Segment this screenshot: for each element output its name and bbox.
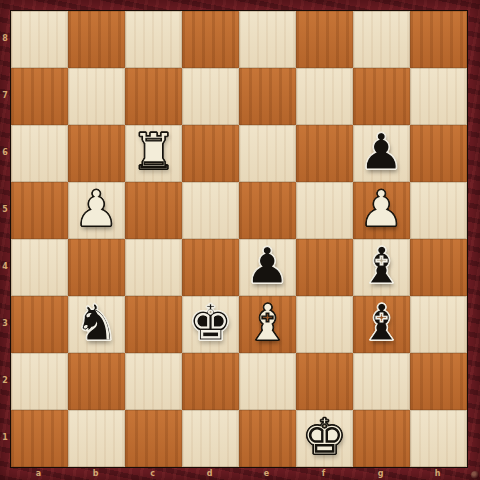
square-a1[interactable] — [11, 410, 68, 467]
square-b7[interactable] — [68, 68, 125, 125]
square-f7[interactable] — [296, 68, 353, 125]
piece-black-pawn-g6[interactable]: ♟ — [359, 124, 404, 181]
square-h5[interactable] — [410, 182, 467, 239]
square-f1[interactable]: ♚ — [296, 410, 353, 467]
piece-white-bishop-e3[interactable]: ♝ — [245, 295, 290, 352]
square-a3[interactable] — [11, 296, 68, 353]
square-a2[interactable] — [11, 353, 68, 410]
piece-white-pawn-g5[interactable]: ♟ — [359, 181, 404, 238]
file-label-h: h — [432, 469, 444, 479]
rank-label-6: 6 — [0, 148, 11, 158]
piece-black-king-d3[interactable]: ♚ — [188, 295, 233, 352]
square-c5[interactable] — [125, 182, 182, 239]
square-b1[interactable] — [68, 410, 125, 467]
square-e8[interactable] — [239, 11, 296, 68]
square-g3[interactable]: ♝ — [353, 296, 410, 353]
rank-labels: 87654321 — [0, 10, 10, 468]
square-g7[interactable] — [353, 68, 410, 125]
square-a4[interactable] — [11, 239, 68, 296]
square-g4[interactable]: ♝ — [353, 239, 410, 296]
rank-label-4: 4 — [0, 262, 11, 272]
square-h6[interactable] — [410, 125, 467, 182]
square-e3[interactable]: ♝ — [239, 296, 296, 353]
square-a8[interactable] — [11, 11, 68, 68]
square-f4[interactable] — [296, 239, 353, 296]
square-e7[interactable] — [239, 68, 296, 125]
piece-white-rook-c6[interactable]: ♜ — [131, 124, 176, 181]
square-d6[interactable] — [182, 125, 239, 182]
square-h4[interactable] — [410, 239, 467, 296]
square-g5[interactable]: ♟ — [353, 182, 410, 239]
square-d3[interactable]: ♚ — [182, 296, 239, 353]
square-g2[interactable] — [353, 353, 410, 410]
rank-label-8: 8 — [0, 34, 11, 44]
square-a5[interactable] — [11, 182, 68, 239]
square-e5[interactable] — [239, 182, 296, 239]
file-label-e: e — [261, 469, 273, 479]
square-f3[interactable] — [296, 296, 353, 353]
piece-black-bishop-g3[interactable]: ♝ — [359, 295, 404, 352]
square-d4[interactable] — [182, 239, 239, 296]
piece-white-pawn-b5[interactable]: ♟ — [74, 181, 119, 238]
file-label-b: b — [90, 469, 102, 479]
square-b5[interactable]: ♟ — [68, 182, 125, 239]
square-a6[interactable] — [11, 125, 68, 182]
piece-black-pawn-e4[interactable]: ♟ — [245, 238, 290, 295]
square-e1[interactable] — [239, 410, 296, 467]
square-d2[interactable] — [182, 353, 239, 410]
file-label-c: c — [147, 469, 159, 479]
square-c4[interactable] — [125, 239, 182, 296]
square-b8[interactable] — [68, 11, 125, 68]
file-label-a: a — [33, 469, 45, 479]
square-h1[interactable] — [410, 410, 467, 467]
piece-black-bishop-g4[interactable]: ♝ — [359, 238, 404, 295]
chess-board: ♜♟♟♟♟♝♞♚♝♝♚ — [10, 10, 468, 468]
rank-label-2: 2 — [0, 376, 11, 386]
piece-black-knight-b3[interactable]: ♞ — [74, 295, 119, 352]
square-f6[interactable] — [296, 125, 353, 182]
square-b4[interactable] — [68, 239, 125, 296]
square-a7[interactable] — [11, 68, 68, 125]
square-h2[interactable] — [410, 353, 467, 410]
rank-label-7: 7 — [0, 91, 11, 101]
square-f5[interactable] — [296, 182, 353, 239]
square-f2[interactable] — [296, 353, 353, 410]
square-g1[interactable] — [353, 410, 410, 467]
rank-label-3: 3 — [0, 319, 11, 329]
file-label-g: g — [375, 469, 387, 479]
square-d7[interactable] — [182, 68, 239, 125]
square-b6[interactable] — [68, 125, 125, 182]
square-c1[interactable] — [125, 410, 182, 467]
piece-white-king-f1[interactable]: ♚ — [302, 409, 347, 466]
square-g6[interactable]: ♟ — [353, 125, 410, 182]
square-c3[interactable] — [125, 296, 182, 353]
square-b2[interactable] — [68, 353, 125, 410]
square-e4[interactable]: ♟ — [239, 239, 296, 296]
file-labels: abcdefgh — [10, 468, 468, 480]
file-label-f: f — [318, 469, 330, 479]
square-h7[interactable] — [410, 68, 467, 125]
square-f8[interactable] — [296, 11, 353, 68]
square-c6[interactable]: ♜ — [125, 125, 182, 182]
square-d8[interactable] — [182, 11, 239, 68]
square-g8[interactable] — [353, 11, 410, 68]
square-e2[interactable] — [239, 353, 296, 410]
square-d1[interactable] — [182, 410, 239, 467]
rank-label-5: 5 — [0, 205, 11, 215]
file-label-d: d — [204, 469, 216, 479]
board-frame: ♜♟♟♟♟♝♞♚♝♝♚ 87654321 abcdefgh — [0, 0, 480, 480]
square-h3[interactable] — [410, 296, 467, 353]
corner-rivet — [471, 471, 479, 479]
square-c8[interactable] — [125, 11, 182, 68]
square-c7[interactable] — [125, 68, 182, 125]
square-h8[interactable] — [410, 11, 467, 68]
square-d5[interactable] — [182, 182, 239, 239]
square-c2[interactable] — [125, 353, 182, 410]
square-b3[interactable]: ♞ — [68, 296, 125, 353]
rank-label-1: 1 — [0, 433, 11, 443]
square-e6[interactable] — [239, 125, 296, 182]
